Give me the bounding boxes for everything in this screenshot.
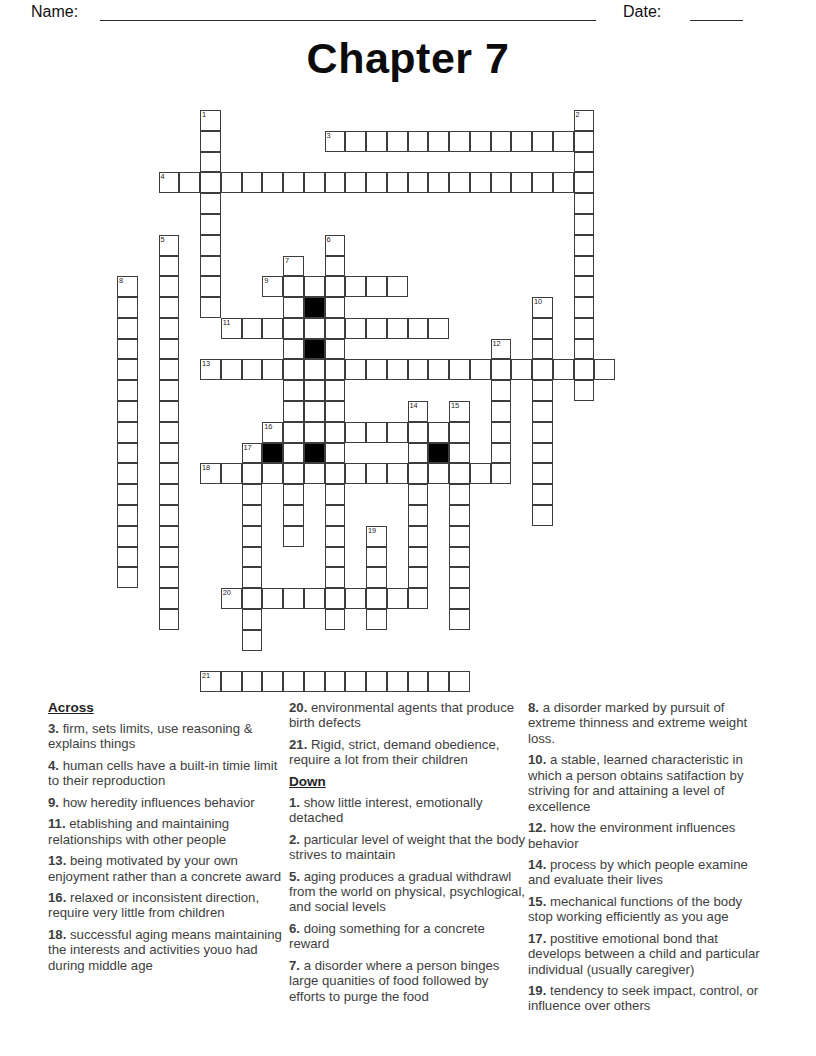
grid-cell[interactable] (511, 172, 532, 193)
grid-cell[interactable] (262, 172, 283, 193)
grid-cell[interactable] (428, 172, 449, 193)
grid-cell[interactable] (283, 505, 304, 526)
grid-cell[interactable] (159, 297, 180, 318)
grid-cell[interactable] (304, 276, 325, 297)
grid-cell[interactable] (366, 547, 387, 568)
grid-cell[interactable] (242, 588, 263, 609)
grid-cell[interactable] (159, 526, 180, 547)
cell-number: 19 (368, 526, 376, 535)
grid-cell[interactable] (532, 131, 553, 152)
grid-cell[interactable] (408, 567, 429, 588)
grid-cell[interactable] (470, 172, 491, 193)
cell-number: 12 (493, 339, 501, 348)
grid-cell[interactable] (283, 422, 304, 443)
grid-cell[interactable] (283, 276, 304, 297)
grid-cell[interactable] (428, 463, 449, 484)
cell-number: 9 (264, 276, 268, 285)
grid-cell[interactable] (387, 359, 408, 380)
grid-cell[interactable]: 10 (532, 297, 553, 318)
grid-cell[interactable] (200, 297, 221, 318)
grid-cell[interactable] (283, 401, 304, 422)
grid-cell[interactable] (449, 505, 470, 526)
grid-cell[interactable] (408, 505, 429, 526)
grid-cell[interactable] (449, 484, 470, 505)
grid-cell[interactable] (387, 276, 408, 297)
grid-cell[interactable] (159, 339, 180, 360)
grid-cell[interactable] (117, 359, 138, 380)
grid-cell[interactable] (428, 131, 449, 152)
grid-cell[interactable] (345, 131, 366, 152)
grid-cell[interactable] (117, 339, 138, 360)
grid-cell[interactable] (470, 463, 491, 484)
clue-column-2: 20. environmental agents that produce bi… (289, 700, 527, 1010)
grid-cell[interactable]: 4 (159, 172, 180, 193)
grid-cell[interactable] (262, 463, 283, 484)
grid-cell[interactable]: 5 (159, 235, 180, 256)
clue-12: 12. how the environment influences behav… (528, 820, 766, 851)
grid-cell[interactable] (325, 380, 346, 401)
grid-cell[interactable] (304, 172, 325, 193)
grid-cell[interactable] (242, 463, 263, 484)
grid-cell[interactable]: 20 (221, 588, 242, 609)
clue-4: 4. human cells have a built-in timie lim… (48, 758, 286, 789)
cell-number: 2 (576, 110, 580, 119)
grid-cell[interactable] (532, 401, 553, 422)
clue-number: 10. (528, 752, 550, 767)
grid-cell[interactable] (408, 172, 429, 193)
grid-cell[interactable] (491, 172, 512, 193)
clue-number: 4. (48, 758, 63, 773)
grid-cell[interactable] (242, 318, 263, 339)
grid-cell[interactable] (304, 380, 325, 401)
grid-cell[interactable] (200, 172, 221, 193)
grid-cell[interactable] (366, 172, 387, 193)
grid-cell[interactable] (428, 671, 449, 692)
grid-cell[interactable] (159, 318, 180, 339)
grid-cell[interactable] (242, 359, 263, 380)
grid-cell[interactable] (574, 380, 595, 401)
grid-cell[interactable] (449, 526, 470, 547)
grid-cell[interactable]: 2 (574, 110, 595, 131)
clue-number: 19. (528, 983, 550, 998)
grid-cell[interactable] (574, 359, 595, 380)
cell-number: 13 (202, 359, 210, 368)
grid-cell[interactable]: 21 (200, 671, 221, 692)
grid-cell[interactable] (283, 380, 304, 401)
grid-cell[interactable] (491, 422, 512, 443)
grid-cell[interactable] (553, 172, 574, 193)
grid-cell[interactable] (532, 380, 553, 401)
grid-cell[interactable] (325, 526, 346, 547)
clue-21: 21. Rigid, strict, demand obedience, req… (289, 737, 527, 768)
grid-cell[interactable] (117, 401, 138, 422)
grid-cell[interactable] (325, 256, 346, 277)
grid-cell[interactable] (366, 318, 387, 339)
cell-number: 7 (285, 256, 289, 265)
grid-cell[interactable] (366, 567, 387, 588)
grid-cell[interactable] (325, 297, 346, 318)
grid-cell[interactable] (159, 380, 180, 401)
grid-cell[interactable] (449, 609, 470, 630)
grid-cell[interactable] (262, 588, 283, 609)
grid-cell[interactable] (366, 276, 387, 297)
grid-cell[interactable] (449, 443, 470, 464)
grid-cell[interactable] (366, 422, 387, 443)
grid-cell[interactable] (532, 463, 553, 484)
grid-cell[interactable] (117, 463, 138, 484)
grid-cell[interactable] (159, 443, 180, 464)
grid-cell[interactable] (283, 318, 304, 339)
grid-cell[interactable] (449, 172, 470, 193)
grid-cell[interactable] (449, 131, 470, 152)
grid-cell[interactable] (304, 401, 325, 422)
grid-cell[interactable] (574, 235, 595, 256)
clue-15: 15. mechanical functions of the body sto… (528, 894, 766, 925)
grid-cell[interactable]: 19 (366, 526, 387, 547)
grid-cell[interactable]: 3 (325, 131, 346, 152)
grid-cell[interactable] (325, 567, 346, 588)
clue-19: 19. tendency to seek impact, control, or… (528, 983, 766, 1014)
cell-number: 21 (202, 671, 210, 680)
grid-cell[interactable]: 8 (117, 276, 138, 297)
clue-11: 11. etablishing and maintaining relation… (48, 816, 286, 847)
grid-cell[interactable] (117, 567, 138, 588)
grid-cell[interactable] (574, 297, 595, 318)
clue-20: 20. environmental agents that produce bi… (289, 700, 527, 731)
grid-cell[interactable] (428, 359, 449, 380)
grid-cell[interactable] (491, 131, 512, 152)
grid-cell[interactable] (325, 671, 346, 692)
grid-cell[interactable] (242, 526, 263, 547)
grid-cell[interactable] (387, 588, 408, 609)
grid-cell[interactable] (117, 380, 138, 401)
clue-5: 5. aging produces a gradual withdrawl fr… (289, 869, 527, 915)
grid-cell[interactable] (242, 567, 263, 588)
grid-cell[interactable] (179, 172, 200, 193)
grid-cell[interactable] (532, 318, 553, 339)
grid-cell[interactable] (242, 505, 263, 526)
grid-cell[interactable] (200, 276, 221, 297)
grid-cell[interactable] (117, 318, 138, 339)
grid-cell[interactable] (325, 505, 346, 526)
grid-cell[interactable] (532, 422, 553, 443)
grid-cell[interactable] (449, 463, 470, 484)
black-cell (304, 339, 325, 360)
grid-cell[interactable] (283, 297, 304, 318)
clue-column-1: Across3. firm, sets limits, use reasonin… (48, 700, 286, 979)
black-cell (262, 443, 283, 464)
grid-cell[interactable]: 17 (242, 443, 263, 464)
grid-cell[interactable] (283, 671, 304, 692)
grid-cell[interactable] (283, 359, 304, 380)
grid-cell[interactable] (345, 422, 366, 443)
grid-cell[interactable] (532, 339, 553, 360)
grid-cell[interactable] (449, 422, 470, 443)
grid-cell[interactable] (159, 484, 180, 505)
grid-cell[interactable] (117, 297, 138, 318)
grid-cell[interactable] (283, 463, 304, 484)
grid-cell[interactable] (283, 526, 304, 547)
grid-cell[interactable] (117, 484, 138, 505)
grid-cell[interactable] (304, 588, 325, 609)
clue-number: 13. (48, 853, 70, 868)
grid-cell[interactable] (594, 359, 615, 380)
clue-number: 18. (48, 927, 70, 942)
grid-cell[interactable] (325, 547, 346, 568)
grid-cell[interactable] (242, 671, 263, 692)
grid-cell[interactable] (387, 131, 408, 152)
cell-number: 17 (244, 443, 252, 452)
clue-number: 15. (528, 894, 550, 909)
worksheet-page: Name: Date: Chapter 7 123456789101112131… (0, 0, 816, 1056)
grid-cell[interactable] (221, 671, 242, 692)
clue-16: 16. relaxed or inconsistent direction, r… (48, 890, 286, 921)
grid-cell[interactable] (491, 401, 512, 422)
grid-cell[interactable] (408, 526, 429, 547)
grid-cell[interactable] (428, 422, 449, 443)
grid-cell[interactable] (304, 422, 325, 443)
grid-cell[interactable] (221, 463, 242, 484)
grid-cell[interactable] (200, 214, 221, 235)
grid-cell[interactable] (553, 359, 574, 380)
grid-cell[interactable] (242, 484, 263, 505)
grid-cell[interactable] (408, 463, 429, 484)
grid-cell[interactable] (449, 359, 470, 380)
grid-cell[interactable] (408, 359, 429, 380)
grid-cell[interactable] (574, 256, 595, 277)
grid-cell[interactable] (553, 131, 574, 152)
grid-cell[interactable] (283, 172, 304, 193)
grid-cell[interactable] (242, 609, 263, 630)
grid-cell[interactable] (387, 172, 408, 193)
grid-cell[interactable]: 15 (449, 401, 470, 422)
grid-cell[interactable] (304, 359, 325, 380)
grid-cell[interactable] (325, 463, 346, 484)
cell-number: 14 (410, 401, 418, 410)
grid-cell[interactable] (159, 609, 180, 630)
grid-cell[interactable] (221, 172, 242, 193)
grid-cell[interactable] (325, 276, 346, 297)
grid-cell[interactable] (366, 588, 387, 609)
grid-cell[interactable]: 18 (200, 463, 221, 484)
grid-cell[interactable] (325, 359, 346, 380)
grid-cell[interactable] (574, 193, 595, 214)
cell-number: 6 (327, 235, 331, 244)
grid-cell[interactable] (574, 339, 595, 360)
grid-cell[interactable] (283, 443, 304, 464)
grid-cell[interactable] (345, 276, 366, 297)
grid-cell[interactable] (470, 359, 491, 380)
grid-cell[interactable] (428, 318, 449, 339)
grid-cell[interactable] (408, 422, 429, 443)
clue-number: 3. (48, 721, 63, 736)
date-blank-line[interactable] (690, 6, 743, 21)
grid-cell[interactable]: 16 (262, 422, 283, 443)
grid-cell[interactable] (345, 359, 366, 380)
grid-cell[interactable] (408, 443, 429, 464)
name-blank-line[interactable] (100, 6, 596, 21)
grid-cell[interactable] (159, 359, 180, 380)
cell-number: 11 (223, 318, 231, 327)
grid-cell[interactable] (283, 339, 304, 360)
grid-cell[interactable] (491, 443, 512, 464)
clue-number: 1. (289, 795, 304, 810)
grid-cell[interactable] (117, 526, 138, 547)
grid-cell[interactable] (242, 172, 263, 193)
grid-cell[interactable] (574, 214, 595, 235)
grid-cell[interactable] (574, 276, 595, 297)
grid-cell[interactable] (242, 630, 263, 651)
clue-number: 12. (528, 820, 550, 835)
grid-cell[interactable] (117, 505, 138, 526)
grid-cell[interactable] (408, 547, 429, 568)
grid-cell[interactable] (532, 443, 553, 464)
grid-cell[interactable] (159, 588, 180, 609)
grid-cell[interactable] (470, 131, 491, 152)
grid-cell[interactable] (366, 463, 387, 484)
grid-cell[interactable] (387, 318, 408, 339)
cell-number: 18 (202, 463, 210, 472)
grid-cell[interactable] (159, 401, 180, 422)
grid-cell[interactable] (574, 131, 595, 152)
cell-number: 16 (264, 422, 272, 431)
cell-number: 20 (223, 588, 231, 597)
grid-cell[interactable] (532, 505, 553, 526)
grid-cell[interactable]: 9 (262, 276, 283, 297)
clue-10: 10. a stable, learned characteristic in … (528, 752, 766, 814)
grid-cell[interactable] (117, 547, 138, 568)
grid-cell[interactable] (491, 380, 512, 401)
grid-cell[interactable] (449, 567, 470, 588)
grid-cell[interactable] (387, 422, 408, 443)
grid-cell[interactable] (159, 276, 180, 297)
grid-cell[interactable] (366, 671, 387, 692)
grid-cell[interactable] (200, 152, 221, 173)
grid-cell[interactable] (262, 359, 283, 380)
grid-cell[interactable] (325, 318, 346, 339)
grid-cell[interactable] (325, 401, 346, 422)
grid-cell[interactable] (200, 256, 221, 277)
grid-cell[interactable] (159, 463, 180, 484)
black-cell (304, 297, 325, 318)
cell-number: 10 (534, 297, 542, 306)
grid-cell[interactable] (345, 318, 366, 339)
grid-cell[interactable] (408, 588, 429, 609)
grid-cell[interactable]: 11 (221, 318, 242, 339)
cell-number: 5 (161, 235, 165, 244)
grid-cell[interactable] (325, 588, 346, 609)
grid-cell[interactable] (283, 484, 304, 505)
grid-cell[interactable] (117, 422, 138, 443)
grid-cell[interactable] (366, 131, 387, 152)
grid-cell[interactable] (408, 484, 429, 505)
clue-1: 1. show little interest, emotionally det… (289, 795, 527, 826)
grid-cell[interactable]: 12 (491, 339, 512, 360)
grid-cell[interactable] (304, 463, 325, 484)
grid-cell[interactable] (325, 422, 346, 443)
grid-cell[interactable] (532, 359, 553, 380)
clue-number: 11. (48, 816, 69, 831)
grid-cell[interactable] (574, 318, 595, 339)
grid-cell[interactable] (159, 547, 180, 568)
grid-cell[interactable] (345, 463, 366, 484)
clue-6: 6. doing something for a concrete reward (289, 921, 527, 952)
grid-cell[interactable] (325, 339, 346, 360)
clue-number: 17. (528, 931, 550, 946)
grid-cell[interactable] (325, 484, 346, 505)
grid-cell[interactable] (491, 359, 512, 380)
grid-cell[interactable] (574, 152, 595, 173)
grid-cell[interactable] (262, 671, 283, 692)
grid-cell[interactable]: 6 (325, 235, 346, 256)
grid-cell[interactable] (262, 318, 283, 339)
clue-14: 14. process by which people examine and … (528, 857, 766, 888)
grid-cell[interactable] (574, 172, 595, 193)
grid-cell[interactable]: 14 (408, 401, 429, 422)
grid-cell[interactable] (387, 463, 408, 484)
cell-number: 4 (161, 172, 165, 181)
clue-9: 9. how heredity influences behavior (48, 795, 286, 810)
black-cell (304, 443, 325, 464)
grid-cell[interactable] (325, 443, 346, 464)
grid-cell[interactable]: 1 (200, 110, 221, 131)
grid-cell[interactable] (159, 256, 180, 277)
clue-13: 13. being motivated by your own enjoymen… (48, 853, 286, 884)
grid-cell[interactable] (366, 359, 387, 380)
grid-cell[interactable] (159, 567, 180, 588)
grid-cell[interactable] (532, 172, 553, 193)
grid-cell[interactable]: 7 (283, 256, 304, 277)
grid-cell[interactable] (408, 671, 429, 692)
crossword-grid: 123456789101112131415161718192021 (117, 110, 616, 693)
grid-cell[interactable] (408, 318, 429, 339)
grid-cell[interactable] (283, 588, 304, 609)
grid-cell[interactable] (408, 131, 429, 152)
grid-cell[interactable] (345, 172, 366, 193)
grid-cell[interactable] (325, 172, 346, 193)
grid-cell[interactable] (449, 588, 470, 609)
clue-number: 20. (289, 700, 311, 715)
grid-cell[interactable] (304, 318, 325, 339)
grid-cell[interactable] (387, 671, 408, 692)
grid-cell[interactable] (491, 463, 512, 484)
grid-cell[interactable] (366, 609, 387, 630)
clue-number: 14. (528, 857, 550, 872)
grid-cell[interactable] (449, 547, 470, 568)
grid-cell[interactable] (242, 547, 263, 568)
grid-cell[interactable]: 13 (200, 359, 221, 380)
grid-cell[interactable] (449, 671, 470, 692)
grid-cell[interactable] (304, 671, 325, 692)
grid-cell[interactable] (200, 235, 221, 256)
grid-cell[interactable] (221, 359, 242, 380)
grid-cell[interactable] (345, 671, 366, 692)
grid-cell[interactable] (511, 131, 532, 152)
grid-cell[interactable] (532, 484, 553, 505)
grid-cell[interactable] (511, 359, 532, 380)
clue-number: 6. (289, 921, 304, 936)
grid-cell[interactable] (159, 422, 180, 443)
grid-cell[interactable] (200, 193, 221, 214)
clue-number: 16. (48, 890, 70, 905)
grid-cell[interactable] (159, 505, 180, 526)
grid-cell[interactable] (325, 609, 346, 630)
grid-cell[interactable] (345, 588, 366, 609)
date-label: Date: (623, 3, 661, 21)
grid-cell[interactable] (200, 131, 221, 152)
grid-cell[interactable] (117, 443, 138, 464)
clue-number: 5. (289, 869, 304, 884)
